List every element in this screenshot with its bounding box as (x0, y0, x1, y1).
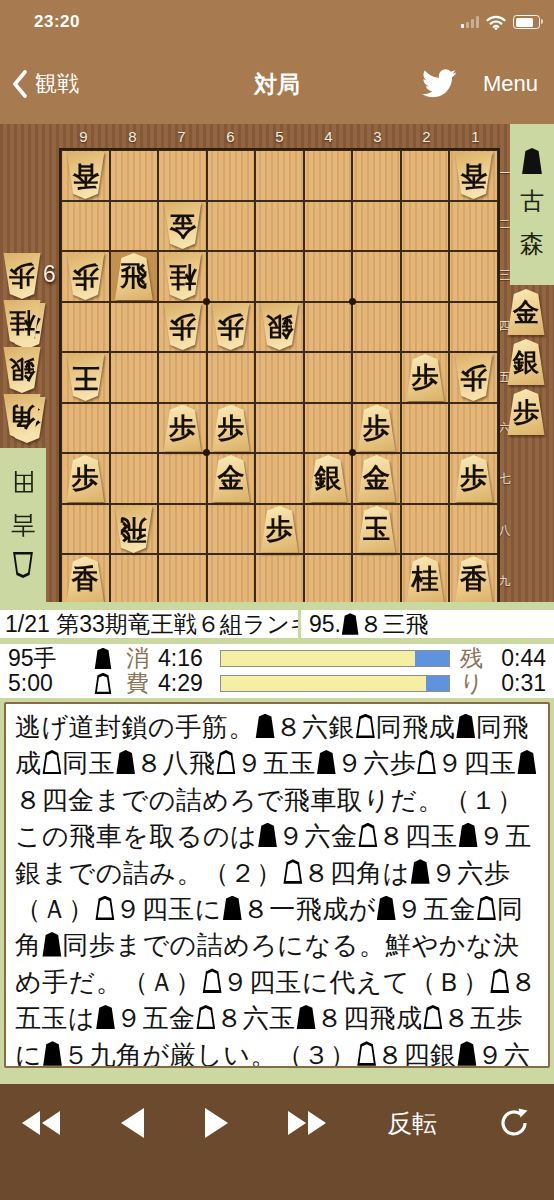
sente-move-marker (458, 823, 479, 847)
sente-move-marker (42, 1041, 63, 1065)
board-cell (449, 302, 498, 353)
board-cell (255, 201, 304, 252)
gote-player-panel: 吉田 (0, 448, 46, 602)
board-cell: 歩 (61, 251, 110, 302)
gote-player-name: 吉田 (11, 466, 35, 552)
sente-move-marker (95, 1005, 116, 1029)
shogi-piece: 歩 (209, 303, 252, 350)
board-cell: 銀 (255, 302, 304, 353)
board-cell (304, 504, 353, 555)
shogi-piece: 歩 (64, 253, 107, 300)
used-label: 費 (126, 668, 158, 699)
board-cell (255, 554, 304, 605)
captured-piece: 桂桂 (1, 300, 45, 346)
board-cell (304, 302, 353, 353)
board-cell (158, 453, 207, 504)
shogi-board: 香香金歩飛桂歩歩銀王歩歩歩歩歩歩金銀金歩飛歩玉香桂香 (59, 148, 500, 607)
board-cell (110, 302, 159, 353)
board-cell (449, 251, 498, 302)
status-bar: 23:20 (0, 0, 554, 44)
board-cell (110, 150, 159, 201)
board-cell (304, 352, 353, 403)
file-label: 7 (157, 128, 206, 145)
shogi-piece: 歩 (161, 405, 204, 452)
board-cell (207, 150, 256, 201)
board-cell: 王 (61, 352, 110, 403)
board-cell: 歩 (449, 453, 498, 504)
captured-piece: 銀 (1, 347, 45, 393)
sente-move-marker (222, 896, 243, 920)
board-cell (110, 201, 159, 252)
gote-move-marker (95, 896, 116, 920)
menu-button[interactable]: Menu (483, 71, 538, 97)
gote-time-bar (220, 675, 450, 692)
shogi-piece: 香 (452, 556, 495, 603)
board-cell (61, 403, 110, 454)
sente-clock-marker (80, 648, 126, 670)
board-cell (255, 251, 304, 302)
file-label: 2 (402, 128, 451, 145)
file-labels: 987654321 (59, 128, 500, 145)
prev-move-button[interactable] (121, 1106, 144, 1140)
file-label: 5 (255, 128, 304, 145)
sente-move-marker (255, 714, 276, 738)
gote-move-marker (216, 750, 237, 774)
shogi-piece: 金 (209, 455, 252, 502)
shogi-piece: 歩 (355, 405, 398, 452)
gote-remaining-time: 0:31 (486, 670, 546, 697)
playback-toolbar: 反転 (0, 1084, 554, 1200)
shogi-piece: 銀 (258, 303, 301, 350)
cellular-signal-icon (461, 16, 479, 28)
board-cell: 金 (158, 201, 207, 252)
gote-move-marker (202, 968, 223, 992)
board-cell (158, 554, 207, 605)
shogi-piece: 歩 (404, 354, 447, 401)
file-label: 4 (304, 128, 353, 145)
gote-move-marker (489, 968, 510, 992)
next-move-button[interactable] (205, 1106, 228, 1140)
board-cell (401, 251, 450, 302)
commentary-panel[interactable]: 逃げ道封鎖の手筋。８六銀同飛成同飛成同玉８八飛９五玉９六歩９四玉８四金までの詰め… (4, 702, 550, 1068)
board-cell (304, 201, 353, 252)
rotate-button[interactable] (498, 1106, 530, 1140)
board-cell (304, 403, 353, 454)
battery-icon (513, 15, 540, 29)
shogi-piece: 歩 (452, 455, 495, 502)
shogi-piece: 桂 (404, 556, 447, 603)
captured-piece: 金 (505, 289, 549, 335)
flip-board-button[interactable]: 反転 (387, 1106, 437, 1140)
board-cell (255, 403, 304, 454)
board-cell (449, 201, 498, 252)
board-cell: 歩 (207, 403, 256, 454)
board-cell (304, 554, 353, 605)
star-point (349, 449, 356, 456)
board-cell (401, 150, 450, 201)
board-cell: 飛 (110, 504, 159, 555)
file-label: 1 (451, 128, 500, 145)
board-cell: 金 (352, 453, 401, 504)
gote-move-marker (423, 1005, 444, 1029)
board-cell (449, 403, 498, 454)
shogi-piece: 香 (452, 152, 495, 199)
board-cell (352, 352, 401, 403)
gote-move-marker (94, 673, 112, 695)
board-cell (352, 201, 401, 252)
shogi-piece: 歩 (209, 405, 252, 452)
sente-time-bar (220, 650, 450, 667)
gote-clock-row: 5:00 費 4:29 り 0:31 (0, 672, 554, 696)
sente-used-time: 4:16 (158, 645, 220, 672)
back-label: 観戦 (35, 69, 79, 99)
board-cell (401, 201, 450, 252)
board-cell (110, 453, 159, 504)
sente-player-name: 古森 (520, 174, 544, 260)
board-cell (304, 150, 353, 201)
shogi-piece: 歩 (64, 455, 107, 502)
board-cell (401, 453, 450, 504)
gote-captured-tray: 歩6桂桂銀角角 (1, 253, 45, 440)
file-label: 6 (206, 128, 255, 145)
board-cell (304, 251, 353, 302)
captured-count: 6 (43, 261, 56, 288)
kifu-title[interactable]: 1/21 第33期竜王戦６組ランキ… (0, 610, 298, 638)
board-zone: 987654321 一二三四五六七八九 香香金歩飛桂歩歩銀王歩歩歩歩歩歩金銀金歩… (0, 124, 554, 602)
board-cell (207, 251, 256, 302)
shogi-piece: 玉 (355, 506, 398, 553)
board-cell: 歩 (255, 504, 304, 555)
shogi-piece: 歩 (258, 506, 301, 553)
sente-move-marker (296, 1005, 317, 1029)
board-cell: 銀 (304, 453, 353, 504)
gote-move-marker (357, 823, 378, 847)
shogi-piece: 金 (161, 202, 204, 249)
board-cell (158, 150, 207, 201)
back-button[interactable]: 観戦 (12, 69, 79, 99)
clock-panel: 95手 消 4:16 残 0:44 5:00 費 4:29 り 0:31 (0, 644, 554, 698)
shogi-piece: 王 (64, 354, 107, 401)
board-cell (401, 403, 450, 454)
board-cell (401, 504, 450, 555)
captured-piece: 角角 (1, 394, 45, 440)
sente-marker-icon (521, 148, 543, 174)
captured-piece: 歩6 (1, 253, 45, 299)
board-cell: 香 (449, 554, 498, 605)
gote-clock-marker (80, 673, 126, 695)
sente-move-marker (455, 714, 476, 738)
gote-move-marker (356, 1041, 377, 1065)
file-label: 3 (353, 128, 402, 145)
back-chevron-icon (12, 70, 27, 98)
wifi-icon (486, 15, 506, 30)
shogi-piece: 歩 (161, 303, 204, 350)
gote-marker-icon (12, 552, 34, 578)
shogi-live-app: 23:20 観戦 対局 Menu (0, 0, 554, 1200)
shogi-piece: 香 (64, 556, 107, 603)
gote-move-marker (476, 896, 497, 920)
sente-move-marker (516, 750, 537, 774)
board-cell (207, 554, 256, 605)
first-move-button[interactable] (22, 1106, 60, 1140)
board-cell (255, 150, 304, 201)
board-cell (352, 251, 401, 302)
shogi-piece: 金 (355, 455, 398, 502)
twitter-icon[interactable] (421, 69, 457, 99)
board-cell: 桂 (158, 251, 207, 302)
board-cell (110, 352, 159, 403)
board-cell (352, 302, 401, 353)
board-cell: 歩 (158, 302, 207, 353)
sente-move-marker (316, 750, 337, 774)
shogi-piece: 飛 (112, 506, 155, 553)
sente-move-marker (257, 823, 278, 847)
nav-bar: 観戦 対局 Menu (0, 44, 554, 124)
remain-label: り (460, 668, 486, 699)
star-point (203, 449, 210, 456)
current-move-label[interactable]: 95. ８三飛 (301, 610, 554, 638)
board-cell: 玉 (352, 504, 401, 555)
gote-move-marker (355, 714, 376, 738)
shogi-piece: 桂 (161, 253, 204, 300)
gote-move-marker (42, 750, 63, 774)
board-cell: 香 (449, 150, 498, 201)
board-cell (207, 504, 256, 555)
sente-remaining-time: 0:44 (486, 645, 546, 672)
status-time: 23:20 (34, 12, 80, 32)
board-cell: 歩 (61, 453, 110, 504)
star-point (203, 298, 210, 305)
sente-move-marker (94, 648, 112, 670)
shogi-piece: 飛 (112, 253, 155, 300)
board-cell: 歩 (401, 352, 450, 403)
file-label: 9 (59, 128, 108, 145)
shogi-piece: 銀 (307, 455, 350, 502)
gote-move-marker (416, 750, 437, 774)
sente-captured-tray: 金銀歩 (505, 289, 549, 435)
board-cell (207, 201, 256, 252)
sente-player-panel: 古森 (510, 124, 554, 285)
board-cell: 歩 (207, 302, 256, 353)
last-move-button[interactable] (288, 1106, 326, 1140)
shogi-piece: 香 (64, 152, 107, 199)
sente-move-marker (341, 613, 359, 635)
sente-move-marker (457, 1041, 478, 1065)
board-cell (255, 352, 304, 403)
board-cell (449, 504, 498, 555)
board-cell: 桂 (401, 554, 450, 605)
board-cell (158, 504, 207, 555)
gote-used-time: 4:29 (158, 670, 220, 697)
board-cell (352, 554, 401, 605)
board-cell (110, 403, 159, 454)
board-cell (352, 150, 401, 201)
board-cell: 金 (207, 453, 256, 504)
time-control: 5:00 (8, 670, 80, 697)
board-cell: 香 (61, 554, 110, 605)
captured-piece: 歩 (505, 389, 549, 435)
board-cell (61, 201, 110, 252)
status-icons (461, 15, 540, 30)
board-cell: 香 (61, 150, 110, 201)
board-cell (110, 554, 159, 605)
file-label: 8 (108, 128, 157, 145)
board-cell: 歩 (352, 403, 401, 454)
board-cell (401, 302, 450, 353)
sente-move-marker (376, 896, 397, 920)
sente-clock-row: 95手 消 4:16 残 0:44 (0, 647, 554, 671)
kifu-bar: 1/21 第33期竜王戦６組ランキ… 95. ８三飛 (0, 602, 554, 644)
board-cell (158, 352, 207, 403)
board-cell: 歩 (449, 352, 498, 403)
gote-move-marker (195, 1005, 216, 1029)
board-cell: 歩 (158, 403, 207, 454)
gote-move-marker (282, 859, 303, 883)
board-cell (255, 453, 304, 504)
star-point (349, 298, 356, 305)
sente-move-marker (115, 750, 136, 774)
board-cell: 飛 (110, 251, 159, 302)
board-cell (61, 302, 110, 353)
board-cell (61, 504, 110, 555)
rotate-arrow-icon (498, 1107, 530, 1139)
sente-move-marker (410, 859, 431, 883)
captured-piece: 銀 (505, 339, 549, 385)
sente-move-marker (42, 932, 63, 956)
board-cell (207, 352, 256, 403)
shogi-piece: 歩 (452, 354, 495, 401)
